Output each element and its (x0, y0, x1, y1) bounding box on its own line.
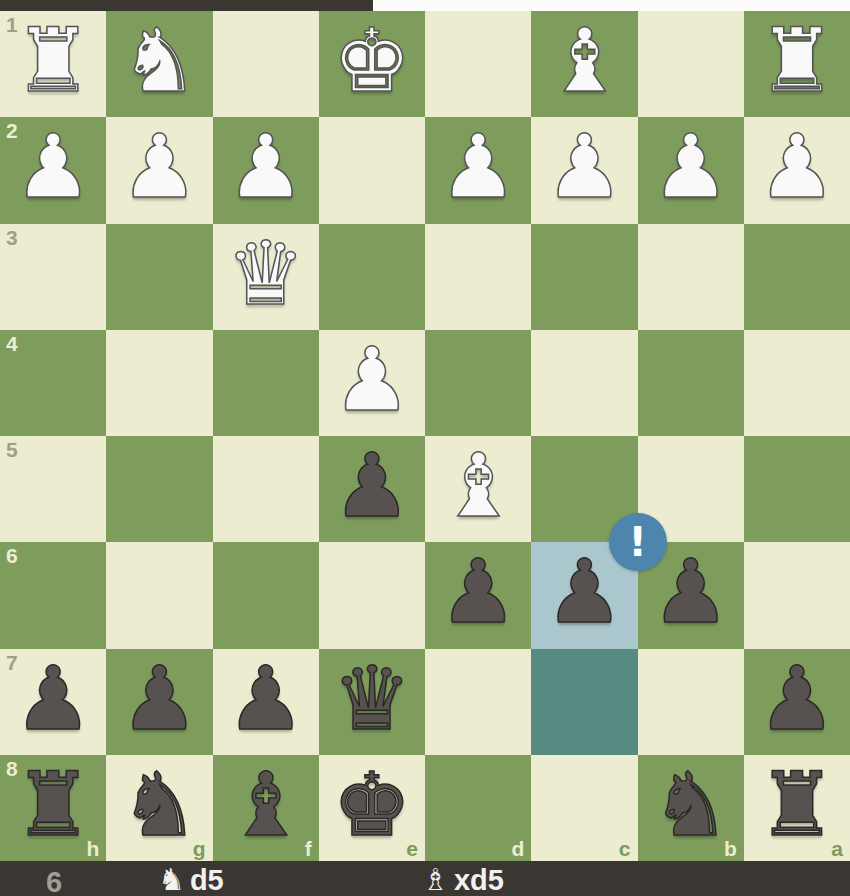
square-f7[interactable]: ♟ (213, 649, 319, 755)
file-label-c: c (619, 838, 631, 859)
square-e7[interactable]: ♛ (319, 649, 425, 755)
square-d7[interactable] (425, 649, 531, 755)
square-d1[interactable] (425, 11, 531, 117)
black-pawn-f7[interactable]: ♟ (226, 655, 305, 743)
square-h1[interactable]: ♜1 (0, 11, 106, 117)
square-a2[interactable]: ♟ (744, 117, 850, 223)
square-c3[interactable] (531, 224, 637, 330)
square-g2[interactable]: ♟ (106, 117, 212, 223)
square-e4[interactable]: ♟ (319, 330, 425, 436)
black-pawn-e5[interactable]: ♟ (332, 442, 411, 530)
file-label-b: b (724, 838, 737, 859)
square-d3[interactable] (425, 224, 531, 330)
white-knight-g1[interactable]: ♞ (120, 17, 199, 105)
square-f4[interactable] (213, 330, 319, 436)
square-a7[interactable]: ♟ (744, 649, 850, 755)
rank-label-7: 7 (6, 652, 18, 673)
square-a5[interactable] (744, 436, 850, 542)
square-a3[interactable] (744, 224, 850, 330)
white-pawn-h2[interactable]: ♟ (14, 123, 93, 211)
file-label-a: a (831, 838, 843, 859)
black-rook-a8[interactable]: ♜ (757, 761, 836, 849)
square-f3[interactable]: ♛ (213, 224, 319, 330)
rank-label-5: 5 (6, 439, 18, 460)
square-f6[interactable] (213, 542, 319, 648)
square-e8[interactable]: ♚e (319, 755, 425, 861)
black-pawn-d6[interactable]: ♟ (439, 548, 518, 636)
square-f2[interactable]: ♟ (213, 117, 319, 223)
rank-label-6: 6 (6, 545, 18, 566)
file-label-g: g (193, 838, 206, 859)
square-g8[interactable]: ♞g (106, 755, 212, 861)
square-c4[interactable] (531, 330, 637, 436)
great-move-badge: ! (609, 513, 667, 571)
square-h8[interactable]: ♜8h (0, 755, 106, 861)
square-g7[interactable]: ♟ (106, 649, 212, 755)
rank-label-4: 4 (6, 333, 18, 354)
knight-figurine-icon: ♞ (158, 865, 185, 895)
move-text: d5 (190, 865, 224, 896)
white-rook-a1[interactable]: ♜ (757, 17, 836, 105)
square-e3[interactable] (319, 224, 425, 330)
move-text: xd5 (454, 865, 504, 896)
square-c8[interactable]: c (531, 755, 637, 861)
square-c7[interactable] (531, 649, 637, 755)
square-c1[interactable]: ♝ (531, 11, 637, 117)
black-pawn-a7[interactable]: ♟ (757, 655, 836, 743)
square-d4[interactable] (425, 330, 531, 436)
square-b1[interactable] (638, 11, 744, 117)
black-rook-h8[interactable]: ♜ (14, 761, 93, 849)
great-move-symbol: ! (628, 519, 646, 565)
square-f1[interactable] (213, 11, 319, 117)
file-label-e: e (406, 838, 418, 859)
square-a1[interactable]: ♜ (744, 11, 850, 117)
square-d8[interactable]: d (425, 755, 531, 861)
move-number: 6 (46, 867, 62, 896)
square-h2[interactable]: ♟2 (0, 117, 106, 223)
black-pawn-c6[interactable]: ♟ (545, 548, 624, 636)
rank-label-1: 1 (6, 14, 18, 35)
move-entry-bxd5[interactable]: ♗ xd5 (422, 865, 504, 896)
square-a6[interactable] (744, 542, 850, 648)
square-e6[interactable] (319, 542, 425, 648)
white-pawn-e4[interactable]: ♟ (332, 336, 411, 424)
square-g5[interactable] (106, 436, 212, 542)
black-bishop-f8[interactable]: ♝ (226, 761, 305, 849)
square-b2[interactable]: ♟ (638, 117, 744, 223)
square-h5[interactable]: 5 (0, 436, 106, 542)
white-rook-h1[interactable]: ♜ (14, 17, 93, 105)
chess-board[interactable]: ♜1♞♚♝♜♟2♟♟♟♟♟♟3♛4♟5♟♝6♟♟♟♟7♟♟♛♟♜8h♞g♝f♚e… (0, 11, 850, 861)
rank-label-2: 2 (6, 120, 18, 141)
white-bishop-d5[interactable]: ♝ (439, 442, 518, 530)
square-h4[interactable]: 4 (0, 330, 106, 436)
white-bishop-c1[interactable]: ♝ (545, 17, 624, 105)
white-pawn-c2[interactable]: ♟ (545, 123, 624, 211)
square-b8[interactable]: ♞b (638, 755, 744, 861)
white-pawn-g2[interactable]: ♟ (120, 123, 199, 211)
white-queen-f3[interactable]: ♛ (226, 230, 305, 318)
black-knight-b8[interactable]: ♞ (651, 761, 730, 849)
move-list-bar[interactable]: 6 ♞ d5 ♗ xd5 (0, 861, 850, 896)
square-e1[interactable]: ♚ (319, 11, 425, 117)
white-pawn-d2[interactable]: ♟ (439, 123, 518, 211)
black-pawn-g7[interactable]: ♟ (120, 655, 199, 743)
square-f8[interactable]: ♝f (213, 755, 319, 861)
file-label-h: h (86, 838, 99, 859)
black-knight-g8[interactable]: ♞ (120, 761, 199, 849)
square-d6[interactable]: ♟ (425, 542, 531, 648)
black-king-e8[interactable]: ♚ (332, 761, 411, 849)
white-pawn-a2[interactable]: ♟ (757, 123, 836, 211)
square-f5[interactable] (213, 436, 319, 542)
file-label-d: d (511, 838, 524, 859)
black-pawn-h7[interactable]: ♟ (14, 655, 93, 743)
square-d5[interactable]: ♝ (425, 436, 531, 542)
square-a4[interactable] (744, 330, 850, 436)
square-g6[interactable] (106, 542, 212, 648)
rank-label-8: 8 (6, 758, 18, 779)
square-g1[interactable]: ♞ (106, 11, 212, 117)
square-e5[interactable]: ♟ (319, 436, 425, 542)
square-g3[interactable] (106, 224, 212, 330)
square-b7[interactable] (638, 649, 744, 755)
square-c2[interactable]: ♟ (531, 117, 637, 223)
square-g4[interactable] (106, 330, 212, 436)
white-pawn-b2[interactable]: ♟ (651, 123, 730, 211)
square-a8[interactable]: ♜a (744, 755, 850, 861)
square-h6[interactable]: 6 (0, 542, 106, 648)
move-entry-nd5[interactable]: ♞ d5 (158, 865, 224, 896)
square-b3[interactable] (638, 224, 744, 330)
square-h7[interactable]: ♟7 (0, 649, 106, 755)
square-e2[interactable] (319, 117, 425, 223)
white-pawn-f2[interactable]: ♟ (226, 123, 305, 211)
file-label-f: f (305, 838, 312, 859)
bishop-figurine-icon: ♗ (422, 865, 449, 895)
rank-label-3: 3 (6, 227, 18, 248)
black-queen-e7[interactable]: ♛ (332, 655, 411, 743)
black-pawn-b6[interactable]: ♟ (651, 548, 730, 636)
white-king-e1[interactable]: ♚ (332, 17, 411, 105)
square-d2[interactable]: ♟ (425, 117, 531, 223)
square-b4[interactable] (638, 330, 744, 436)
square-h3[interactable]: 3 (0, 224, 106, 330)
